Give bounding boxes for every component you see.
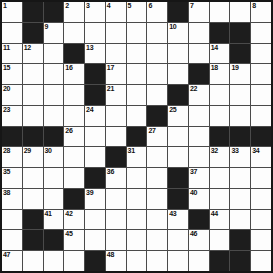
white-cell[interactable]: 5 [127,2,147,22]
black-cell [168,189,188,209]
clue-number: 29 [24,147,31,155]
clue-number: 9 [45,23,49,31]
clue-number: 11 [3,44,10,52]
white-cell[interactable] [189,127,209,147]
white-cell[interactable]: 27 [147,127,167,147]
white-cell[interactable] [44,44,64,64]
black-cell [230,23,250,43]
white-cell[interactable]: 31 [127,147,147,167]
clue-number: 5 [128,2,132,10]
white-cell[interactable] [147,44,167,64]
white-cell[interactable]: 12 [23,44,43,64]
white-cell[interactable] [189,147,209,167]
white-cell[interactable] [106,127,126,147]
black-cell [23,2,43,22]
clue-number: 23 [3,106,10,114]
white-cell[interactable] [251,189,271,209]
clue-number: 18 [211,64,218,72]
black-cell [210,23,230,43]
white-cell[interactable]: 23 [2,106,22,126]
white-cell[interactable] [106,23,126,43]
black-cell [85,64,105,84]
white-cell[interactable] [251,210,271,230]
white-cell[interactable]: 6 [147,2,167,22]
white-cell[interactable]: 1 [2,2,22,22]
white-cell[interactable]: 18 [210,64,230,84]
white-cell[interactable] [230,189,250,209]
white-cell[interactable] [189,23,209,43]
black-cell [210,127,230,147]
white-cell[interactable]: 3 [85,2,105,22]
white-cell[interactable]: 25 [168,106,188,126]
clue-number: 45 [65,230,72,238]
clue-number: 19 [231,64,238,72]
white-cell[interactable] [168,64,188,84]
white-cell[interactable]: 42 [64,210,84,230]
white-cell[interactable] [2,210,22,230]
clue-number: 15 [3,64,10,72]
clue-number: 26 [65,127,72,135]
clue-number: 13 [86,44,93,52]
white-cell[interactable] [106,44,126,64]
black-cell [168,168,188,188]
black-cell [23,230,43,250]
clue-number: 20 [3,85,10,93]
clue-number: 4 [107,2,111,10]
white-cell[interactable] [168,230,188,250]
white-cell[interactable] [64,85,84,105]
black-cell [23,23,43,43]
clue-number: 30 [45,147,52,155]
white-cell[interactable] [127,85,147,105]
white-cell[interactable] [230,210,250,230]
white-cell[interactable]: 39 [85,189,105,209]
white-cell[interactable] [127,106,147,126]
white-cell[interactable] [106,189,126,209]
clue-number: 42 [65,210,72,218]
white-cell[interactable]: 32 [210,147,230,167]
white-cell[interactable] [23,251,43,271]
white-cell[interactable] [64,23,84,43]
black-cell [189,64,209,84]
white-cell[interactable] [168,127,188,147]
clue-number: 6 [148,2,152,10]
clue-number: 39 [86,189,93,197]
white-cell[interactable] [230,85,250,105]
white-cell[interactable]: 38 [2,189,22,209]
clue-number: 31 [128,147,135,155]
black-cell [85,168,105,188]
clue-number: 37 [190,168,197,176]
white-cell[interactable]: 40 [189,189,209,209]
clue-number: 3 [86,2,90,10]
white-cell[interactable]: 15 [2,64,22,84]
white-cell[interactable] [127,168,147,188]
white-cell[interactable] [147,147,167,167]
white-cell[interactable]: 20 [2,85,22,105]
clue-number: 8 [252,2,256,10]
white-cell[interactable] [210,168,230,188]
clue-number: 33 [231,147,238,155]
clue-number: 21 [107,85,114,93]
clue-number: 41 [45,210,52,218]
white-cell[interactable] [127,251,147,271]
black-cell [85,251,105,271]
black-cell [230,44,250,64]
white-cell[interactable] [44,64,64,84]
clue-number: 48 [107,251,114,259]
clue-number: 24 [86,106,93,114]
white-cell[interactable] [230,2,250,22]
white-cell[interactable]: 34 [251,147,271,167]
black-cell [230,251,250,271]
white-cell[interactable] [189,251,209,271]
white-cell[interactable] [127,44,147,64]
white-cell[interactable] [44,85,64,105]
white-cell[interactable] [251,64,271,84]
white-cell[interactable]: 8 [251,2,271,22]
white-cell[interactable] [23,189,43,209]
white-cell[interactable] [106,210,126,230]
white-cell[interactable] [230,106,250,126]
white-cell[interactable] [210,230,230,250]
clue-number: 16 [65,64,72,72]
black-cell [147,106,167,126]
clue-number: 10 [169,23,176,31]
black-cell [210,251,230,271]
white-cell[interactable] [64,147,84,167]
white-cell[interactable] [2,23,22,43]
white-cell[interactable] [23,168,43,188]
black-cell [168,2,188,22]
black-cell [44,127,64,147]
clue-number: 47 [3,251,10,259]
white-cell[interactable] [189,44,209,64]
white-cell[interactable] [147,168,167,188]
white-cell[interactable] [230,168,250,188]
black-cell [230,230,250,250]
clue-number: 36 [107,168,114,176]
white-cell[interactable] [251,251,271,271]
black-cell [44,2,64,22]
white-cell[interactable]: 36 [106,168,126,188]
white-cell[interactable]: 17 [106,64,126,84]
white-cell[interactable] [44,168,64,188]
white-cell[interactable] [147,85,167,105]
clue-number: 25 [169,106,176,114]
white-cell[interactable] [127,189,147,209]
clue-number: 32 [211,147,218,155]
white-cell[interactable] [147,23,167,43]
white-cell[interactable] [210,85,230,105]
white-cell[interactable]: 22 [189,85,209,105]
clue-number: 2 [65,2,69,10]
white-cell[interactable] [64,251,84,271]
white-cell[interactable]: 21 [106,85,126,105]
clue-number: 27 [148,127,155,135]
white-cell[interactable] [251,168,271,188]
white-cell[interactable] [168,44,188,64]
clue-number: 17 [107,64,114,72]
clue-number: 7 [190,2,194,10]
clue-number: 46 [190,230,197,238]
white-cell[interactable] [147,64,167,84]
white-cell[interactable] [127,64,147,84]
white-cell[interactable] [251,106,271,126]
white-cell[interactable] [64,168,84,188]
crossword-grid: 1234567891011121314151617181920212223242… [0,0,273,273]
black-cell [64,189,84,209]
black-cell [23,127,43,147]
black-cell [251,127,271,147]
white-cell[interactable]: 41 [44,210,64,230]
black-cell [168,85,188,105]
white-cell[interactable]: 46 [189,230,209,250]
black-cell [189,210,209,230]
white-cell[interactable]: 11 [2,44,22,64]
clue-number: 28 [3,147,10,155]
clue-number: 43 [169,210,176,218]
white-cell[interactable]: 9 [44,23,64,43]
white-cell[interactable] [44,106,64,126]
white-cell[interactable]: 24 [85,106,105,126]
white-cell[interactable] [251,44,271,64]
white-cell[interactable]: 19 [230,64,250,84]
white-cell[interactable]: 7 [189,2,209,22]
clue-number: 35 [3,168,10,176]
white-cell[interactable] [44,189,64,209]
black-cell [2,127,22,147]
white-cell[interactable] [168,147,188,167]
white-cell[interactable] [168,251,188,271]
white-cell[interactable]: 47 [2,251,22,271]
white-cell[interactable]: 48 [106,251,126,271]
white-cell[interactable]: 10 [168,23,188,43]
white-cell[interactable]: 45 [64,230,84,250]
white-cell[interactable] [210,2,230,22]
clue-number: 44 [211,210,218,218]
white-cell[interactable] [2,230,22,250]
white-cell[interactable] [127,23,147,43]
clue-number: 34 [252,147,259,155]
white-cell[interactable] [85,210,105,230]
white-cell[interactable] [127,230,147,250]
clue-number: 38 [3,189,10,197]
white-cell[interactable] [251,85,271,105]
black-cell [106,147,126,167]
white-cell[interactable]: 28 [2,147,22,167]
crossword-puzzle: 1234567891011121314151617181920212223242… [0,0,273,273]
clue-number: 14 [211,44,218,52]
clue-number: 1 [3,2,7,10]
black-cell [85,85,105,105]
white-cell[interactable] [23,106,43,126]
white-cell[interactable]: 33 [230,147,250,167]
white-cell[interactable] [85,23,105,43]
clue-number: 22 [190,85,197,93]
white-cell[interactable] [44,251,64,271]
black-cell [127,127,147,147]
white-cell[interactable] [147,189,167,209]
white-cell[interactable] [127,210,147,230]
white-cell[interactable] [85,147,105,167]
white-cell[interactable]: 43 [168,210,188,230]
black-cell [23,210,43,230]
white-cell[interactable] [147,230,167,250]
white-cell[interactable] [106,106,126,126]
white-cell[interactable] [85,230,105,250]
black-cell [230,127,250,147]
white-cell[interactable] [23,64,43,84]
white-cell[interactable]: 26 [64,127,84,147]
white-cell[interactable] [210,106,230,126]
black-cell [64,44,84,64]
white-cell[interactable] [251,230,271,250]
black-cell [44,230,64,250]
white-cell[interactable]: 2 [64,2,84,22]
white-cell[interactable]: 29 [23,147,43,167]
white-cell[interactable]: 14 [210,44,230,64]
clue-number: 40 [190,189,197,197]
white-cell[interactable] [147,251,167,271]
white-cell[interactable]: 4 [106,2,126,22]
white-cell[interactable]: 35 [2,168,22,188]
clue-number: 12 [24,44,31,52]
white-cell[interactable] [64,106,84,126]
white-cell[interactable]: 16 [64,64,84,84]
white-cell[interactable] [23,85,43,105]
white-cell[interactable]: 37 [189,168,209,188]
white-cell[interactable]: 30 [44,147,64,167]
white-cell[interactable] [85,127,105,147]
white-cell[interactable]: 13 [85,44,105,64]
white-cell[interactable] [106,230,126,250]
white-cell[interactable] [189,106,209,126]
white-cell[interactable] [251,23,271,43]
white-cell[interactable] [147,210,167,230]
white-cell[interactable] [210,189,230,209]
white-cell[interactable]: 44 [210,210,230,230]
